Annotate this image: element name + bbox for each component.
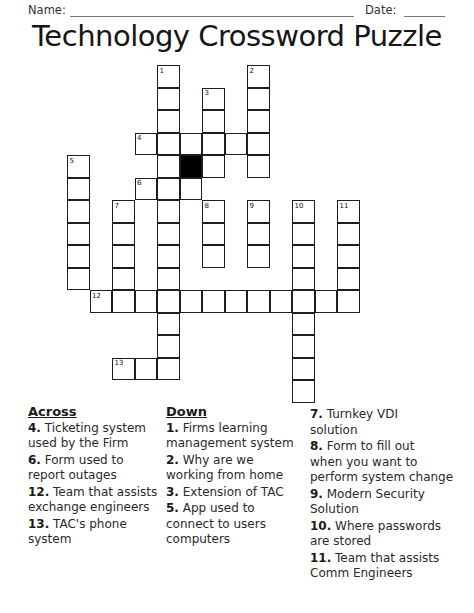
grid-cell[interactable] bbox=[67, 223, 90, 246]
name-label: Name: bbox=[28, 3, 66, 17]
page-title: Technology Crossword Puzzle bbox=[0, 21, 474, 53]
grid-cell[interactable] bbox=[292, 290, 315, 313]
cell-number: 12 bbox=[92, 292, 101, 300]
across-header: Across bbox=[28, 404, 178, 420]
cell-number: 8 bbox=[205, 202, 209, 210]
clue: 7. Turnkey VDI solution bbox=[310, 407, 474, 438]
grid-cell[interactable] bbox=[202, 155, 225, 178]
grid-cell[interactable] bbox=[292, 245, 315, 268]
grid-cell[interactable] bbox=[135, 290, 158, 313]
grid-cell[interactable] bbox=[157, 290, 180, 313]
grid-cell[interactable]: 13 bbox=[112, 358, 135, 381]
grid-cell[interactable] bbox=[157, 88, 180, 111]
cell-number: 1 bbox=[160, 67, 164, 75]
grid-cell[interactable] bbox=[315, 290, 338, 313]
grid-cell[interactable]: 2 bbox=[247, 65, 270, 88]
grid-cell[interactable] bbox=[247, 290, 270, 313]
clue-text: Firms learning management system bbox=[166, 421, 294, 451]
down-section: Down 1. Firms learning management system… bbox=[166, 404, 314, 549]
clue: 4. Ticketing system used by the Firm bbox=[28, 421, 178, 452]
clue-number-label: 11. bbox=[310, 551, 331, 565]
grid-cell[interactable]: 10 bbox=[292, 200, 315, 223]
clue-text: Ticketing system used by the Firm bbox=[28, 421, 146, 451]
grid-cell[interactable]: 9 bbox=[247, 200, 270, 223]
grid-cell[interactable] bbox=[337, 268, 360, 291]
grid-cell[interactable] bbox=[157, 133, 180, 156]
cell-number: 5 bbox=[70, 157, 74, 165]
grid-cell[interactable] bbox=[225, 133, 248, 156]
grid-cell[interactable] bbox=[157, 110, 180, 133]
grid-cell[interactable] bbox=[247, 245, 270, 268]
clue: 8. Form to fill out when you want to per… bbox=[310, 439, 474, 486]
down-clue-list: 1. Firms learning management system2. Wh… bbox=[166, 421, 314, 548]
clue-number-label: 6. bbox=[28, 453, 41, 467]
clue-text: Form to fill out when you want to perfor… bbox=[310, 439, 453, 484]
clue-number-label: 7. bbox=[310, 407, 323, 421]
grid-cell[interactable] bbox=[180, 178, 203, 201]
grid-cell[interactable]: 3 bbox=[202, 88, 225, 111]
grid-cell[interactable]: 7 bbox=[112, 200, 135, 223]
clue-number-label: 4. bbox=[28, 421, 41, 435]
clue-text: Extension of TAC bbox=[179, 485, 284, 499]
grid-cell[interactable] bbox=[157, 358, 180, 381]
grid-cell[interactable]: 5 bbox=[67, 155, 90, 178]
clue: 10. Where passwords are stored bbox=[310, 519, 474, 550]
grid-cell[interactable] bbox=[247, 155, 270, 178]
cell-number: 6 bbox=[137, 179, 141, 187]
clue-number-label: 8. bbox=[310, 439, 323, 453]
date-label: Date: bbox=[365, 3, 396, 17]
clue: 2. Why are we working from home bbox=[166, 453, 314, 484]
clue-number-label: 1. bbox=[166, 421, 179, 435]
grid-cell[interactable] bbox=[202, 290, 225, 313]
across-section: Across 4. Ticketing system used by the F… bbox=[28, 404, 178, 549]
grid-cell[interactable] bbox=[247, 110, 270, 133]
clue-number-label: 2. bbox=[166, 453, 179, 467]
grid-cell[interactable] bbox=[337, 223, 360, 246]
clue: 13. TAC's phone system bbox=[28, 517, 178, 548]
grid-cell[interactable] bbox=[292, 358, 315, 381]
clue-text: App used to connect to users computers bbox=[166, 501, 266, 546]
grid-cell[interactable] bbox=[157, 268, 180, 291]
grid-cell[interactable] bbox=[135, 358, 158, 381]
grid-cell[interactable] bbox=[225, 290, 248, 313]
across-clue-list: 4. Ticketing system used by the Firm6. F… bbox=[28, 421, 178, 548]
grid-cell[interactable]: 8 bbox=[202, 200, 225, 223]
grid-cell[interactable]: 4 bbox=[135, 133, 158, 156]
cell-number: 4 bbox=[137, 134, 141, 142]
grid-cell[interactable] bbox=[292, 380, 315, 403]
clue-number-label: 13. bbox=[28, 517, 49, 531]
grid-cell[interactable] bbox=[157, 335, 180, 358]
clue-number-label: 12. bbox=[28, 485, 49, 499]
grid-cell[interactable] bbox=[157, 178, 180, 201]
grid-cell[interactable] bbox=[157, 155, 180, 178]
clue-number-label: 5. bbox=[166, 501, 179, 515]
grid-cell[interactable] bbox=[157, 223, 180, 246]
clue: 5. App used to connect to users computer… bbox=[166, 501, 314, 548]
grid-cell[interactable]: 11 bbox=[337, 200, 360, 223]
grid-cell[interactable] bbox=[67, 268, 90, 291]
cell-number: 10 bbox=[295, 202, 304, 210]
grid-cell[interactable] bbox=[157, 200, 180, 223]
down-header: Down bbox=[166, 404, 314, 420]
grid-cell[interactable] bbox=[180, 290, 203, 313]
crossword-worksheet: Name: Date: Technology Crossword Puzzle … bbox=[0, 0, 474, 613]
grid-cell[interactable] bbox=[67, 178, 90, 201]
grid-cell[interactable] bbox=[112, 290, 135, 313]
clue-text: Turnkey VDI solution bbox=[310, 407, 398, 437]
crossword-grid: 12345678910111213 bbox=[67, 65, 360, 403]
down-continued-section: 7. Turnkey VDI solution8. Form to fill o… bbox=[310, 407, 474, 583]
clue: 1. Firms learning management system bbox=[166, 421, 314, 452]
grid-cell[interactable] bbox=[112, 245, 135, 268]
clue-number-label: 3. bbox=[166, 485, 179, 499]
grid-cell[interactable] bbox=[247, 88, 270, 111]
grid-cell[interactable] bbox=[337, 290, 360, 313]
grid-cell[interactable]: 12 bbox=[90, 290, 113, 313]
grid-cell[interactable] bbox=[180, 133, 203, 156]
grid-cell[interactable]: 1 bbox=[157, 65, 180, 88]
cell-number: 7 bbox=[115, 202, 119, 210]
grid-cell[interactable] bbox=[292, 313, 315, 336]
grid-cell[interactable] bbox=[202, 223, 225, 246]
grid-cell[interactable] bbox=[202, 245, 225, 268]
name-blank-line bbox=[70, 3, 354, 17]
black-cell bbox=[180, 155, 203, 178]
date-blank-line bbox=[404, 3, 445, 17]
grid-cell[interactable] bbox=[292, 335, 315, 358]
grid-cell[interactable] bbox=[270, 290, 293, 313]
cell-number: 11 bbox=[340, 202, 349, 210]
clue-text: Modern Security Solution bbox=[310, 487, 425, 517]
clue-text: Form used to report outages bbox=[28, 453, 124, 483]
clue: 3. Extension of TAC bbox=[166, 485, 314, 501]
clue: 9. Modern Security Solution bbox=[310, 487, 474, 518]
clue-number-label: 10. bbox=[310, 519, 331, 533]
grid-cell[interactable] bbox=[67, 245, 90, 268]
grid-cell[interactable] bbox=[247, 223, 270, 246]
cell-number: 9 bbox=[250, 202, 254, 210]
grid-cell[interactable] bbox=[202, 110, 225, 133]
clue: 6. Form used to report outages bbox=[28, 453, 178, 484]
grid-cell[interactable] bbox=[157, 313, 180, 336]
clue: 12. Team that assists exchange engineers bbox=[28, 485, 178, 516]
grid-cell[interactable] bbox=[157, 245, 180, 268]
clue: 11. Team that assists Comm Engineers bbox=[310, 551, 474, 582]
cell-number: 2 bbox=[250, 67, 254, 75]
grid-cell[interactable] bbox=[247, 133, 270, 156]
cell-number: 3 bbox=[205, 89, 209, 97]
grid-cell[interactable] bbox=[112, 268, 135, 291]
grid-cell[interactable] bbox=[292, 268, 315, 291]
grid-cell[interactable] bbox=[337, 245, 360, 268]
grid-cell[interactable] bbox=[202, 133, 225, 156]
grid-cell[interactable]: 6 bbox=[135, 178, 158, 201]
clue-text: Why are we working from home bbox=[166, 453, 283, 483]
grid-cell[interactable] bbox=[67, 200, 90, 223]
cell-number: 13 bbox=[115, 359, 124, 367]
grid-cell[interactable] bbox=[112, 223, 135, 246]
down-continued-clue-list: 7. Turnkey VDI solution8. Form to fill o… bbox=[310, 407, 474, 582]
clue-number-label: 9. bbox=[310, 487, 323, 501]
grid-cell[interactable] bbox=[292, 223, 315, 246]
